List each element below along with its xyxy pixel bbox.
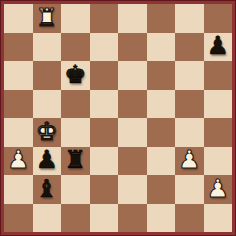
- square-c2[interactable]: [61, 175, 90, 204]
- square-b5[interactable]: [33, 90, 62, 119]
- square-a7[interactable]: [4, 33, 33, 62]
- square-d3[interactable]: [90, 147, 119, 176]
- square-f2[interactable]: [147, 175, 176, 204]
- square-f1[interactable]: [147, 204, 176, 233]
- square-e3[interactable]: [118, 147, 147, 176]
- square-e1[interactable]: [118, 204, 147, 233]
- square-a2[interactable]: [4, 175, 33, 204]
- square-d7[interactable]: [90, 33, 119, 62]
- square-e4[interactable]: [118, 118, 147, 147]
- square-b1[interactable]: [33, 204, 62, 233]
- square-f7[interactable]: [147, 33, 176, 62]
- square-d1[interactable]: [90, 204, 119, 233]
- square-f3[interactable]: [147, 147, 176, 176]
- chess-board: ♜♟♚♚♟♟♜♟♝♟: [4, 4, 232, 232]
- black-bishop[interactable]: ♝: [36, 176, 58, 201]
- white-pawn[interactable]: ♟: [178, 147, 200, 172]
- square-g4[interactable]: [175, 118, 204, 147]
- square-f5[interactable]: [147, 90, 176, 119]
- square-e6[interactable]: [118, 61, 147, 90]
- square-c7[interactable]: [61, 33, 90, 62]
- square-g1[interactable]: [175, 204, 204, 233]
- square-b2[interactable]: ♝: [33, 175, 62, 204]
- black-king[interactable]: ♚: [64, 62, 86, 87]
- square-a4[interactable]: [4, 118, 33, 147]
- square-g7[interactable]: [175, 33, 204, 62]
- square-h2[interactable]: ♟: [204, 175, 233, 204]
- square-f4[interactable]: [147, 118, 176, 147]
- square-h3[interactable]: [204, 147, 233, 176]
- square-h5[interactable]: [204, 90, 233, 119]
- square-d6[interactable]: [90, 61, 119, 90]
- white-king[interactable]: ♚: [36, 119, 58, 144]
- square-b8[interactable]: ♜: [33, 4, 62, 33]
- white-pawn[interactable]: ♟: [7, 147, 29, 172]
- square-h4[interactable]: [204, 118, 233, 147]
- square-a8[interactable]: [4, 4, 33, 33]
- square-b4[interactable]: ♚: [33, 118, 62, 147]
- square-b7[interactable]: [33, 33, 62, 62]
- black-pawn[interactable]: ♟: [207, 33, 229, 58]
- black-pawn[interactable]: ♟: [36, 147, 58, 172]
- black-rook[interactable]: ♜: [64, 147, 86, 172]
- square-a3[interactable]: ♟: [4, 147, 33, 176]
- square-c4[interactable]: [61, 118, 90, 147]
- square-d5[interactable]: [90, 90, 119, 119]
- square-g5[interactable]: [175, 90, 204, 119]
- square-c3[interactable]: ♜: [61, 147, 90, 176]
- white-pawn[interactable]: ♟: [207, 176, 229, 201]
- white-rook[interactable]: ♜: [36, 5, 58, 30]
- square-f8[interactable]: [147, 4, 176, 33]
- square-g3[interactable]: ♟: [175, 147, 204, 176]
- square-d2[interactable]: [90, 175, 119, 204]
- board-frame: ♜♟♚♚♟♟♜♟♝♟: [0, 0, 236, 236]
- square-g8[interactable]: [175, 4, 204, 33]
- square-g6[interactable]: [175, 61, 204, 90]
- square-c8[interactable]: [61, 4, 90, 33]
- square-g2[interactable]: [175, 175, 204, 204]
- square-e7[interactable]: [118, 33, 147, 62]
- square-b3[interactable]: ♟: [33, 147, 62, 176]
- square-e8[interactable]: [118, 4, 147, 33]
- square-a5[interactable]: [4, 90, 33, 119]
- square-c5[interactable]: [61, 90, 90, 119]
- square-h8[interactable]: [204, 4, 233, 33]
- square-a6[interactable]: [4, 61, 33, 90]
- square-c1[interactable]: [61, 204, 90, 233]
- square-c6[interactable]: ♚: [61, 61, 90, 90]
- square-a1[interactable]: [4, 204, 33, 233]
- square-d8[interactable]: [90, 4, 119, 33]
- square-h6[interactable]: [204, 61, 233, 90]
- square-f6[interactable]: [147, 61, 176, 90]
- square-e2[interactable]: [118, 175, 147, 204]
- square-e5[interactable]: [118, 90, 147, 119]
- square-d4[interactable]: [90, 118, 119, 147]
- square-b6[interactable]: [33, 61, 62, 90]
- square-h1[interactable]: [204, 204, 233, 233]
- square-h7[interactable]: ♟: [204, 33, 233, 62]
